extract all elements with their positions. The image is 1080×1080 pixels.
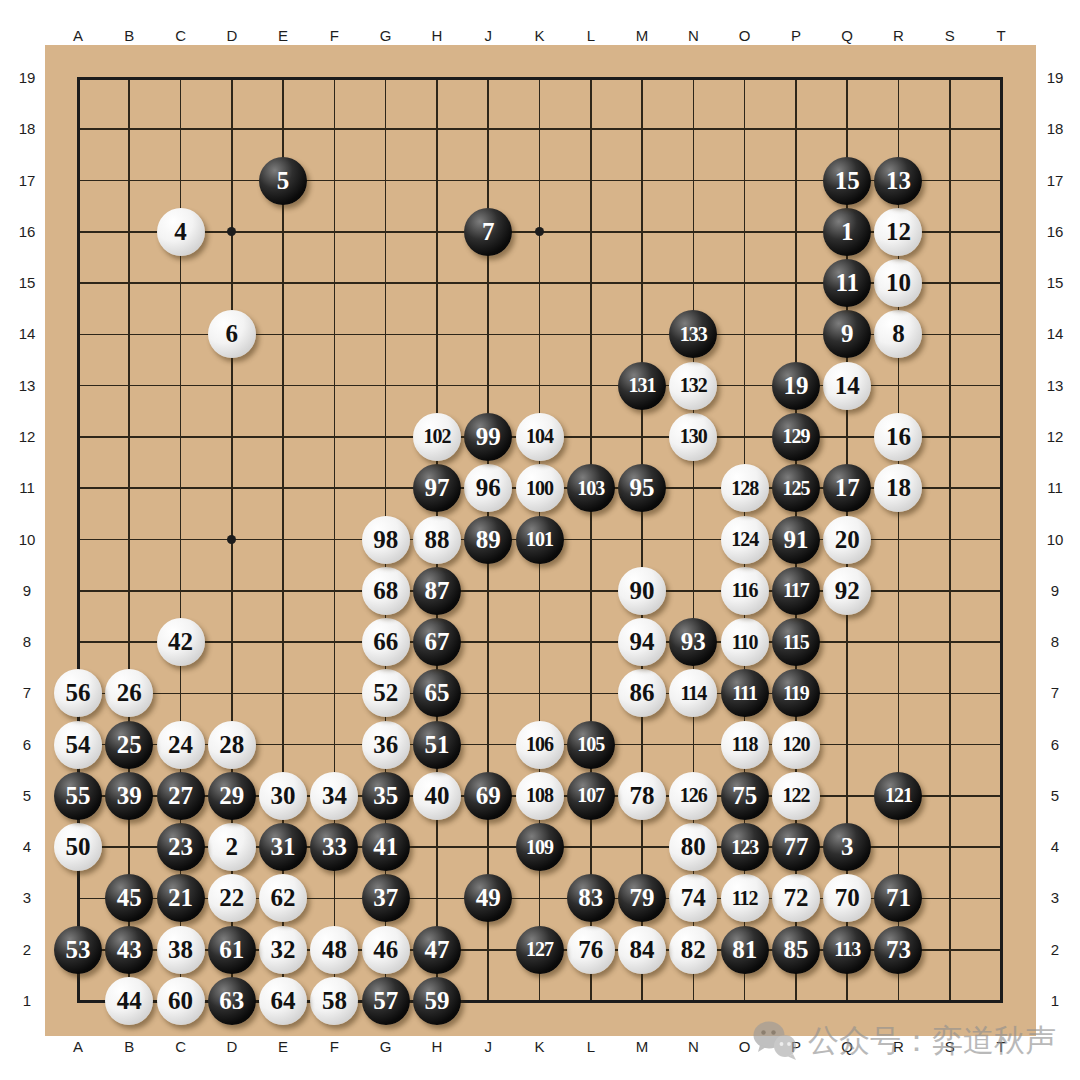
stone-number: 114 [680, 682, 706, 705]
stone: 87 [413, 567, 461, 615]
column-label-top: H [422, 27, 452, 44]
stone: 116 [721, 567, 769, 615]
stone-number: 41 [373, 833, 398, 861]
stone: 90 [618, 567, 666, 615]
column-label-bottom: H [422, 1038, 452, 1055]
stone-number: 129 [782, 425, 809, 448]
stone-number: 53 [66, 936, 91, 964]
stone-number: 111 [732, 682, 757, 705]
stone: 23 [157, 823, 205, 871]
stone: 84 [618, 926, 666, 974]
stone-number: 55 [66, 782, 91, 810]
stone-number: 64 [271, 987, 296, 1015]
stone-number: 22 [219, 884, 244, 912]
stone: 94 [618, 618, 666, 666]
stone-number: 32 [271, 936, 296, 964]
stone-number: 30 [271, 782, 296, 810]
stone-number: 91 [783, 526, 808, 554]
watermark: 公众号：弈道秋声 [752, 1020, 1056, 1062]
stone: 54 [54, 721, 102, 769]
stone-number: 81 [732, 936, 757, 964]
stone: 75 [721, 772, 769, 820]
row-label-right: 18 [1038, 120, 1072, 137]
stone: 130 [669, 413, 717, 461]
stone-number: 119 [783, 682, 809, 705]
stone: 38 [157, 926, 205, 974]
stone-number: 80 [681, 833, 706, 861]
stone: 89 [464, 516, 512, 564]
stone: 55 [54, 772, 102, 820]
stone-number: 9 [841, 320, 854, 348]
stone: 42 [157, 618, 205, 666]
column-label-top: F [319, 27, 349, 44]
row-label-right: 8 [1038, 633, 1072, 650]
stone-number: 23 [168, 833, 193, 861]
stone: 88 [413, 516, 461, 564]
stone-number: 54 [66, 731, 91, 759]
stone: 103 [567, 464, 615, 512]
stone: 2 [208, 823, 256, 871]
stone-number: 85 [783, 936, 808, 964]
row-label-right: 13 [1038, 377, 1072, 394]
stone: 35 [362, 772, 410, 820]
row-label-left: 6 [10, 736, 44, 753]
stone: 85 [772, 926, 820, 974]
column-label-bottom: N [678, 1038, 708, 1055]
stone-number: 103 [577, 477, 604, 500]
stone: 47 [413, 926, 461, 974]
row-label-right: 1 [1038, 992, 1072, 1009]
stone-number: 109 [526, 836, 553, 859]
stone: 52 [362, 669, 410, 717]
stone: 81 [721, 926, 769, 974]
column-label-top: C [166, 27, 196, 44]
stone: 111 [721, 669, 769, 717]
stone-number: 95 [630, 474, 655, 502]
stone-number: 62 [271, 884, 296, 912]
stone-number: 67 [424, 628, 449, 656]
row-label-left: 9 [10, 582, 44, 599]
row-label-right: 10 [1038, 531, 1072, 548]
stone: 109 [516, 823, 564, 871]
stone: 30 [259, 772, 307, 820]
stone-number: 90 [630, 577, 655, 605]
stone-number: 20 [835, 526, 860, 554]
stone: 22 [208, 874, 256, 922]
stone: 48 [310, 926, 358, 974]
stone-number: 127 [526, 938, 553, 961]
stone: 29 [208, 772, 256, 820]
stone-number: 65 [424, 679, 449, 707]
watermark-text: 公众号：弈道秋声 [808, 1020, 1056, 1062]
stone: 108 [516, 772, 564, 820]
stone: 128 [721, 464, 769, 512]
column-label-top: R [883, 27, 913, 44]
stone-number: 78 [630, 782, 655, 810]
row-label-left: 13 [10, 377, 44, 394]
row-label-left: 11 [10, 479, 44, 496]
stone-number: 7 [482, 218, 495, 246]
column-label-bottom: D [217, 1038, 247, 1055]
stone-number: 59 [424, 987, 449, 1015]
row-label-right: 16 [1038, 223, 1072, 240]
row-label-left: 5 [10, 787, 44, 804]
stone-number: 58 [322, 987, 347, 1015]
stone-number: 15 [835, 167, 860, 195]
stone: 24 [157, 721, 205, 769]
stone: 20 [823, 516, 871, 564]
stone-number: 122 [782, 784, 809, 807]
stone: 12 [874, 208, 922, 256]
stone-number: 106 [526, 733, 553, 756]
stone: 101 [516, 516, 564, 564]
column-label-top: K [525, 27, 555, 44]
stone-number: 11 [835, 269, 859, 297]
stone: 124 [721, 516, 769, 564]
stone: 4 [157, 208, 205, 256]
stone: 83 [567, 874, 615, 922]
stone: 105 [567, 721, 615, 769]
row-label-right: 12 [1038, 428, 1072, 445]
stone-number: 10 [886, 269, 911, 297]
stone-number: 125 [782, 477, 809, 500]
column-label-top: D [217, 27, 247, 44]
stone: 37 [362, 874, 410, 922]
stone-number: 126 [680, 784, 707, 807]
stone: 104 [516, 413, 564, 461]
row-label-right: 11 [1038, 479, 1072, 496]
row-label-right: 3 [1038, 889, 1072, 906]
stone: 118 [721, 721, 769, 769]
row-label-left: 16 [10, 223, 44, 240]
stone: 132 [669, 362, 717, 410]
stone-number: 14 [835, 372, 860, 400]
stone: 53 [54, 926, 102, 974]
stone-number: 38 [168, 936, 193, 964]
stone-number: 123 [731, 836, 758, 859]
stone: 66 [362, 618, 410, 666]
stone: 115 [772, 618, 820, 666]
stone: 59 [413, 977, 461, 1025]
stone-number: 87 [424, 577, 449, 605]
stone-number: 43 [117, 936, 142, 964]
column-label-top: T [986, 27, 1016, 44]
stone-number: 113 [834, 938, 860, 961]
stone-number: 118 [732, 733, 758, 756]
stone-number: 12 [886, 218, 911, 246]
stone-number: 40 [424, 782, 449, 810]
column-label-bottom: K [525, 1038, 555, 1055]
stone-number: 120 [782, 733, 809, 756]
stone-number: 117 [783, 579, 809, 602]
stone-number: 35 [373, 782, 398, 810]
column-label-top: E [268, 27, 298, 44]
row-label-right: 4 [1038, 838, 1072, 855]
stone-number: 96 [476, 474, 501, 502]
stone: 25 [105, 721, 153, 769]
stone: 69 [464, 772, 512, 820]
stone-number: 93 [681, 628, 706, 656]
stone-number: 84 [630, 936, 655, 964]
stone: 41 [362, 823, 410, 871]
stone-number: 83 [578, 884, 603, 912]
stone: 57 [362, 977, 410, 1025]
wechat-icon [752, 1020, 798, 1062]
stone: 27 [157, 772, 205, 820]
column-label-top: O [730, 27, 760, 44]
column-label-bottom: J [473, 1038, 503, 1055]
stone: 46 [362, 926, 410, 974]
stone: 31 [259, 823, 307, 871]
column-label-bottom: F [319, 1038, 349, 1055]
stone-number: 68 [373, 577, 398, 605]
row-label-left: 18 [10, 120, 44, 137]
stone: 120 [772, 721, 820, 769]
stone-number: 52 [373, 679, 398, 707]
stone-number: 16 [886, 423, 911, 451]
stone: 43 [105, 926, 153, 974]
stone: 39 [105, 772, 153, 820]
stone-number: 77 [783, 833, 808, 861]
stone-number: 19 [783, 372, 808, 400]
stone: 61 [208, 926, 256, 974]
go-diagram-page: AABBCCDDEEFFGGHHJJKKLLMMNNOOPPQQRRSSTT19… [0, 0, 1080, 1080]
column-label-bottom: G [371, 1038, 401, 1055]
stone-number: 4 [174, 218, 187, 246]
row-label-right: 19 [1038, 69, 1072, 86]
stone-number: 133 [680, 323, 707, 346]
stone: 100 [516, 464, 564, 512]
row-label-left: 14 [10, 325, 44, 342]
column-label-top: Q [832, 27, 862, 44]
stone: 21 [157, 874, 205, 922]
stone-number: 101 [526, 528, 553, 551]
stone-number: 27 [168, 782, 193, 810]
stone-number: 121 [885, 784, 912, 807]
stone-number: 29 [219, 782, 244, 810]
stone: 99 [464, 413, 512, 461]
stone-number: 89 [476, 526, 501, 554]
stone-number: 76 [578, 936, 603, 964]
stone-number: 105 [577, 733, 604, 756]
stone: 82 [669, 926, 717, 974]
stone: 64 [259, 977, 307, 1025]
stone-number: 110 [732, 631, 758, 654]
row-label-right: 6 [1038, 736, 1072, 753]
stone-number: 51 [424, 731, 449, 759]
stone-number: 37 [373, 884, 398, 912]
column-label-bottom: L [576, 1038, 606, 1055]
stone: 98 [362, 516, 410, 564]
stone-number: 98 [373, 526, 398, 554]
stone-number: 99 [476, 423, 501, 451]
stone-number: 24 [168, 731, 193, 759]
row-label-right: 7 [1038, 684, 1072, 701]
stone-number: 102 [423, 425, 450, 448]
stone: 14 [823, 362, 871, 410]
column-label-top: J [473, 27, 503, 44]
stone-number: 56 [66, 679, 91, 707]
stone: 77 [772, 823, 820, 871]
stone-number: 79 [630, 884, 655, 912]
stone: 95 [618, 464, 666, 512]
stone: 92 [823, 567, 871, 615]
column-label-bottom: B [114, 1038, 144, 1055]
stone: 6 [208, 310, 256, 358]
stone: 113 [823, 926, 871, 974]
stone-number: 8 [892, 320, 905, 348]
row-label-left: 4 [10, 838, 44, 855]
column-label-bottom: E [268, 1038, 298, 1055]
stone: 67 [413, 618, 461, 666]
stone-number: 46 [373, 936, 398, 964]
stone: 97 [413, 464, 461, 512]
stone-number: 66 [373, 628, 398, 656]
row-label-left: 7 [10, 684, 44, 701]
stone-number: 1 [841, 218, 854, 246]
stone-number: 50 [66, 833, 91, 861]
stone-number: 112 [732, 887, 758, 910]
stone-number: 45 [117, 884, 142, 912]
column-label-bottom: M [627, 1038, 657, 1055]
stone-number: 128 [731, 477, 758, 500]
column-label-bottom: A [63, 1038, 93, 1055]
row-label-right: 15 [1038, 274, 1072, 291]
stone-number: 6 [226, 320, 239, 348]
stone-number: 72 [783, 884, 808, 912]
stone: 110 [721, 618, 769, 666]
row-label-left: 12 [10, 428, 44, 445]
stone: 13 [874, 157, 922, 205]
stone: 102 [413, 413, 461, 461]
stone-number: 2 [226, 833, 239, 861]
stone: 126 [669, 772, 717, 820]
stone: 112 [721, 874, 769, 922]
stone-number: 57 [373, 987, 398, 1015]
stone: 11 [823, 259, 871, 307]
stone: 125 [772, 464, 820, 512]
stone: 15 [823, 157, 871, 205]
stone-number: 132 [680, 374, 707, 397]
stone-number: 104 [526, 425, 553, 448]
stone-number: 130 [680, 425, 707, 448]
stone-number: 92 [835, 577, 860, 605]
row-label-left: 2 [10, 941, 44, 958]
column-label-top: B [114, 27, 144, 44]
stone-number: 71 [886, 884, 911, 912]
stone-number: 94 [630, 628, 655, 656]
column-label-top: M [627, 27, 657, 44]
stone-number: 18 [886, 474, 911, 502]
stone: 51 [413, 721, 461, 769]
column-label-top: A [63, 27, 93, 44]
stone-number: 131 [629, 374, 656, 397]
stone-number: 88 [424, 526, 449, 554]
stone-number: 39 [117, 782, 142, 810]
stone-number: 5 [277, 167, 290, 195]
stone-number: 26 [117, 679, 142, 707]
stone-number: 42 [168, 628, 193, 656]
stone: 76 [567, 926, 615, 974]
row-label-left: 8 [10, 633, 44, 650]
stone: 50 [54, 823, 102, 871]
stone: 40 [413, 772, 461, 820]
column-label-top: N [678, 27, 708, 44]
stone-number: 36 [373, 731, 398, 759]
stone-number: 74 [681, 884, 706, 912]
stone-number: 82 [681, 936, 706, 964]
stone: 119 [772, 669, 820, 717]
stone-number: 116 [732, 579, 758, 602]
stone-number: 115 [783, 631, 809, 654]
stone: 65 [413, 669, 461, 717]
stone: 122 [772, 772, 820, 820]
stone-number: 17 [835, 474, 860, 502]
column-label-bottom: C [166, 1038, 196, 1055]
stone: 44 [105, 977, 153, 1025]
stone: 129 [772, 413, 820, 461]
stone: 19 [772, 362, 820, 410]
stone: 1 [823, 208, 871, 256]
stone: 34 [310, 772, 358, 820]
stone: 131 [618, 362, 666, 410]
row-label-right: 9 [1038, 582, 1072, 599]
stone-number: 108 [526, 784, 553, 807]
stone-number: 124 [731, 528, 758, 551]
stone: 107 [567, 772, 615, 820]
stone-number: 73 [886, 936, 911, 964]
stone-number: 33 [322, 833, 347, 861]
stone-number: 3 [841, 833, 854, 861]
row-label-right: 2 [1038, 941, 1072, 958]
column-label-top: L [576, 27, 606, 44]
stone-number: 61 [219, 936, 244, 964]
stone-number: 31 [271, 833, 296, 861]
row-label-left: 10 [10, 531, 44, 548]
stone: 68 [362, 567, 410, 615]
stone-number: 28 [219, 731, 244, 759]
row-label-left: 19 [10, 69, 44, 86]
stone-number: 97 [424, 474, 449, 502]
stone: 123 [721, 823, 769, 871]
stone-number: 100 [526, 477, 553, 500]
stone: 73 [874, 926, 922, 974]
stone: 36 [362, 721, 410, 769]
column-label-top: S [935, 27, 965, 44]
stone-number: 70 [835, 884, 860, 912]
stone: 127 [516, 926, 564, 974]
stone-number: 44 [117, 987, 142, 1015]
stone-number: 63 [219, 987, 244, 1015]
stone: 28 [208, 721, 256, 769]
stone-number: 86 [630, 679, 655, 707]
stone-number: 13 [886, 167, 911, 195]
stone-number: 107 [577, 784, 604, 807]
stone: 63 [208, 977, 256, 1025]
stone: 7 [464, 208, 512, 256]
row-label-left: 1 [10, 992, 44, 1009]
stone: 32 [259, 926, 307, 974]
stone-number: 21 [168, 884, 193, 912]
column-label-top: G [371, 27, 401, 44]
stone-number: 48 [322, 936, 347, 964]
stone: 60 [157, 977, 205, 1025]
row-label-left: 3 [10, 889, 44, 906]
row-label-right: 14 [1038, 325, 1072, 342]
stone-number: 60 [168, 987, 193, 1015]
stone-number: 25 [117, 731, 142, 759]
stone-number: 75 [732, 782, 757, 810]
